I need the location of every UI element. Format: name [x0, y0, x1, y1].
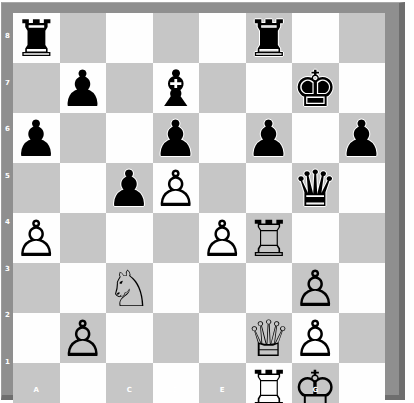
- file-label-h: H: [339, 385, 386, 395]
- square-b3[interactable]: [60, 263, 107, 313]
- square-h5[interactable]: [339, 163, 386, 213]
- white-rook-f4: ♖: [246, 214, 291, 264]
- square-g3[interactable]: ♙: [292, 263, 339, 313]
- square-a1[interactable]: [13, 363, 60, 403]
- square-a2[interactable]: [13, 313, 60, 363]
- black-pawn-h6: ♟: [339, 114, 384, 164]
- square-g6[interactable]: [292, 113, 339, 163]
- white-rook-f1: ♖: [246, 364, 291, 403]
- square-a7[interactable]: [13, 63, 60, 113]
- black-pawn-b7: ♟: [60, 64, 105, 114]
- square-f4[interactable]: ♖: [246, 213, 293, 263]
- square-b8[interactable]: [60, 13, 107, 63]
- square-a6[interactable]: ♟: [13, 113, 60, 163]
- white-pawn-e4: ♙: [200, 214, 245, 264]
- file-label-a: A: [13, 385, 60, 395]
- black-pawn-d6: ♟: [153, 114, 198, 164]
- square-f1[interactable]: ♖: [246, 363, 293, 403]
- square-a5[interactable]: [13, 163, 60, 213]
- rank-label-1: 1: [2, 339, 13, 386]
- square-h3[interactable]: [339, 263, 386, 313]
- square-g2[interactable]: ♙: [292, 313, 339, 363]
- square-f2[interactable]: ♕: [246, 313, 293, 363]
- black-pawn-c5: ♟: [107, 164, 152, 214]
- rank-label-6: 6: [2, 106, 13, 153]
- square-e7[interactable]: [199, 63, 246, 113]
- square-d1[interactable]: [153, 363, 200, 403]
- square-h8[interactable]: [339, 13, 386, 63]
- rank-label-3: 3: [2, 246, 13, 293]
- chess-diagram-page: 87654321 ♜♜♟♝♚♟♟♟♟♟♙♛♙♙♖♘♙♙♕♙♖♔ ABCDEFGH: [0, 0, 414, 403]
- black-king-g7: ♚: [293, 64, 338, 114]
- square-f7[interactable]: [246, 63, 293, 113]
- square-a3[interactable]: [13, 263, 60, 313]
- rank-label-4: 4: [2, 199, 13, 246]
- black-pawn-f6: ♟: [246, 114, 291, 164]
- white-pawn-g3: ♙: [293, 264, 338, 314]
- rank-label-7: 7: [2, 60, 13, 107]
- square-a4[interactable]: ♙: [13, 213, 60, 263]
- square-c2[interactable]: [106, 313, 153, 363]
- square-e3[interactable]: [199, 263, 246, 313]
- square-d5[interactable]: ♙: [153, 163, 200, 213]
- file-label-e: E: [199, 385, 246, 395]
- white-queen-f2: ♕: [246, 314, 291, 364]
- square-c6[interactable]: [106, 113, 153, 163]
- square-b2[interactable]: ♙: [60, 313, 107, 363]
- chess-board: ♜♜♟♝♚♟♟♟♟♟♙♛♙♙♖♘♙♙♕♙♖♔: [13, 13, 385, 385]
- rank-labels: 87654321: [2, 13, 13, 385]
- square-h7[interactable]: [339, 63, 386, 113]
- rank-label-2: 2: [2, 292, 13, 339]
- board-frame: 87654321 ♜♜♟♝♚♟♟♟♟♟♙♛♙♙♖♘♙♙♕♙♖♔ ABCDEFGH: [1, 2, 405, 400]
- white-knight-c3: ♘: [107, 264, 152, 314]
- square-g4[interactable]: [292, 213, 339, 263]
- square-d8[interactable]: [153, 13, 200, 63]
- rank-label-8: 8: [2, 13, 13, 60]
- square-b7[interactable]: ♟: [60, 63, 107, 113]
- square-b5[interactable]: [60, 163, 107, 213]
- square-g7[interactable]: ♚: [292, 63, 339, 113]
- white-pawn-g2: ♙: [293, 314, 338, 364]
- square-b4[interactable]: [60, 213, 107, 263]
- black-bishop-d7: ♝: [153, 64, 198, 114]
- square-e2[interactable]: [199, 313, 246, 363]
- square-e1[interactable]: [199, 363, 246, 403]
- square-e4[interactable]: ♙: [199, 213, 246, 263]
- white-king-g1: ♔: [293, 364, 338, 403]
- square-b6[interactable]: [60, 113, 107, 163]
- square-h4[interactable]: [339, 213, 386, 263]
- square-f6[interactable]: ♟: [246, 113, 293, 163]
- square-g8[interactable]: [292, 13, 339, 63]
- square-f8[interactable]: ♜: [246, 13, 293, 63]
- square-g1[interactable]: ♔: [292, 363, 339, 403]
- square-d2[interactable]: [153, 313, 200, 363]
- square-f5[interactable]: [246, 163, 293, 213]
- file-label-d: D: [153, 385, 200, 395]
- black-queen-g5: ♛: [293, 164, 338, 214]
- square-h2[interactable]: [339, 313, 386, 363]
- square-c7[interactable]: [106, 63, 153, 113]
- square-e6[interactable]: [199, 113, 246, 163]
- white-pawn-d5: ♙: [153, 164, 198, 214]
- square-h1[interactable]: [339, 363, 386, 403]
- square-a8[interactable]: ♜: [13, 13, 60, 63]
- black-rook-a8: ♜: [14, 14, 59, 64]
- file-label-f: F: [246, 385, 293, 395]
- square-d7[interactable]: ♝: [153, 63, 200, 113]
- black-rook-f8: ♜: [246, 14, 291, 64]
- square-g5[interactable]: ♛: [292, 163, 339, 213]
- square-e8[interactable]: [199, 13, 246, 63]
- square-f3[interactable]: [246, 263, 293, 313]
- square-b1[interactable]: [60, 363, 107, 403]
- square-c3[interactable]: ♘: [106, 263, 153, 313]
- file-label-c: C: [106, 385, 153, 395]
- square-c8[interactable]: [106, 13, 153, 63]
- square-d6[interactable]: ♟: [153, 113, 200, 163]
- black-pawn-a6: ♟: [14, 114, 59, 164]
- square-c5[interactable]: ♟: [106, 163, 153, 213]
- file-label-b: B: [60, 385, 107, 395]
- square-c1[interactable]: [106, 363, 153, 403]
- square-h6[interactable]: ♟: [339, 113, 386, 163]
- file-labels: ABCDEFGH: [13, 385, 385, 395]
- white-pawn-a4: ♙: [14, 214, 59, 264]
- square-e5[interactable]: [199, 163, 246, 213]
- square-d4[interactable]: [153, 213, 200, 263]
- square-d3[interactable]: [153, 263, 200, 313]
- square-c4[interactable]: [106, 213, 153, 263]
- white-pawn-b2: ♙: [60, 314, 105, 364]
- file-label-g: G: [292, 385, 339, 395]
- rank-label-5: 5: [2, 153, 13, 200]
